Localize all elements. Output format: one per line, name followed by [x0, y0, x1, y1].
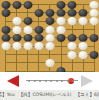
white-stone[interactable]	[90, 17, 99, 25]
white-stone[interactable]	[45, 34, 54, 42]
black-stone[interactable]	[12, 1, 21, 9]
white-stone[interactable]	[1, 42, 10, 50]
back-arrow-button[interactable]	[7, 75, 19, 87]
white-stone[interactable]	[68, 17, 77, 25]
white-stone[interactable]	[45, 42, 54, 50]
black-stone[interactable]	[68, 34, 77, 42]
black-stone[interactable]	[45, 9, 54, 17]
black-label: 【黒】	[0, 92, 7, 97]
slider-tick[interactable]	[50, 80, 52, 82]
black-stone[interactable]	[57, 1, 66, 9]
white-stone[interactable]	[79, 17, 88, 25]
white-stone[interactable]	[45, 26, 54, 34]
slider-tick[interactable]	[45, 80, 47, 82]
white-player-name: COSUMI(レベル1)	[32, 92, 71, 97]
black-stone[interactable]	[23, 17, 32, 25]
black-stone[interactable]	[1, 34, 10, 42]
black-stone[interactable]	[1, 26, 10, 34]
komi-label: 【コミ】	[75, 92, 94, 97]
white-label: 【白】	[19, 92, 33, 97]
slider-tick[interactable]	[56, 80, 58, 82]
white-stone[interactable]	[23, 42, 32, 50]
white-stone[interactable]	[68, 42, 77, 50]
white-stone[interactable]	[34, 42, 43, 50]
black-stone[interactable]	[90, 51, 99, 59]
white-stone[interactable]	[90, 1, 99, 9]
white-stone[interactable]	[90, 9, 99, 17]
white-stone[interactable]	[12, 42, 21, 50]
white-stone[interactable]	[12, 17, 21, 25]
slider-tick[interactable]	[61, 80, 63, 82]
white-stone[interactable]	[12, 26, 21, 34]
komi-value: 6目半	[94, 92, 99, 97]
black-stone[interactable]	[23, 34, 32, 42]
white-stone[interactable]	[57, 17, 66, 25]
white-stone[interactable]	[23, 26, 32, 34]
black-stone[interactable]	[79, 9, 88, 17]
black-stone[interactable]	[1, 1, 10, 9]
black-stone[interactable]	[34, 26, 43, 34]
black-stone[interactable]	[34, 9, 43, 17]
slider-tick[interactable]	[34, 80, 36, 82]
white-stone[interactable]	[79, 51, 88, 59]
status-bar: 【黒】You 【白】COSUMI(レベル1) 【コミ】6目半	[0, 90, 99, 100]
black-stone[interactable]	[23, 1, 32, 9]
playback-bar	[0, 72, 99, 90]
slider-tick[interactable]	[39, 80, 41, 82]
white-stone[interactable]	[79, 42, 88, 50]
slider-tick[interactable]	[72, 80, 74, 82]
slider-tick[interactable]	[28, 80, 30, 82]
white-stone[interactable]	[68, 51, 77, 59]
black-stone[interactable]	[57, 34, 66, 42]
black-stone[interactable]	[90, 34, 99, 42]
white-stone[interactable]	[45, 59, 54, 67]
move-slider[interactable]	[26, 80, 78, 82]
black-stone[interactable]	[68, 9, 77, 17]
black-stone[interactable]	[34, 34, 43, 42]
white-stone[interactable]	[57, 26, 66, 34]
black-stone[interactable]	[12, 34, 21, 42]
black-stone[interactable]	[79, 34, 88, 42]
black-stone[interactable]	[57, 9, 66, 17]
black-stone[interactable]	[68, 1, 77, 9]
slider-tick[interactable]	[67, 80, 69, 82]
forward-arrow-button[interactable]	[81, 75, 93, 87]
black-player-name: You	[7, 92, 15, 97]
go-board[interactable]	[0, 0, 99, 72]
black-stone[interactable]	[45, 17, 54, 25]
black-stone[interactable]	[1, 9, 10, 17]
